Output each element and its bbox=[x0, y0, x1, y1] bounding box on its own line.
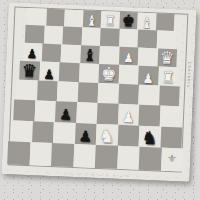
square-g2[interactable]: ♞ bbox=[139, 125, 161, 147]
piece-black-knight[interactable]: ♞ bbox=[141, 129, 158, 147]
square-h5[interactable]: ♜ bbox=[158, 67, 179, 87]
square-c8[interactable] bbox=[64, 9, 83, 27]
piece-white-rook[interactable]: ♜ bbox=[161, 70, 175, 86]
piece-black-pawn[interactable]: ♟ bbox=[78, 130, 92, 145]
piece-black-king[interactable]: ♚ bbox=[122, 13, 135, 30]
piece-white-queen[interactable]: ♛ bbox=[160, 49, 175, 67]
square-d4[interactable] bbox=[77, 82, 98, 103]
square-d8[interactable]: ♝ bbox=[82, 10, 101, 28]
square-e2[interactable]: ♞ bbox=[96, 124, 118, 146]
square-d5[interactable] bbox=[79, 63, 100, 83]
piece-black-pawn[interactable]: ♟ bbox=[43, 68, 54, 82]
square-b3[interactable] bbox=[34, 100, 56, 122]
square-g3[interactable] bbox=[138, 105, 160, 127]
square-e4[interactable] bbox=[98, 83, 119, 104]
piece-white-king[interactable]: ♚ bbox=[101, 65, 117, 84]
square-g5[interactable]: ♟ bbox=[138, 66, 159, 86]
square-c2[interactable] bbox=[53, 122, 75, 144]
square-g7[interactable] bbox=[137, 30, 157, 48]
square-b6[interactable] bbox=[41, 43, 61, 62]
piece-white-knight[interactable]: ♞ bbox=[99, 127, 116, 145]
square-f2[interactable] bbox=[117, 125, 139, 147]
square-a5[interactable]: ♛ bbox=[19, 61, 40, 81]
square-c3[interactable]: ♟ bbox=[55, 101, 77, 123]
square-a3[interactable] bbox=[13, 100, 35, 122]
square-c5[interactable] bbox=[59, 62, 80, 82]
square-f3[interactable]: ♟ bbox=[118, 104, 140, 126]
square-h1[interactable]: ⚜ bbox=[161, 148, 184, 171]
square-g8[interactable]: ♝ bbox=[137, 13, 156, 31]
chess-board: ♝♜♚♝♟♝♟♛♛♟♚♟♜♟♟♟♞♞⚜ bbox=[8, 6, 188, 172]
square-a2[interactable] bbox=[10, 120, 32, 142]
piece-white-pawn[interactable]: ♟ bbox=[122, 110, 135, 125]
square-g1[interactable] bbox=[139, 147, 162, 170]
square-h6[interactable]: ♛ bbox=[157, 48, 177, 67]
square-b2[interactable] bbox=[32, 121, 54, 143]
square-g4[interactable] bbox=[138, 85, 159, 106]
square-b7[interactable] bbox=[44, 26, 64, 44]
board-emblem: ⚜ bbox=[167, 154, 178, 165]
square-a1[interactable] bbox=[7, 141, 30, 164]
square-h8[interactable] bbox=[155, 13, 174, 31]
square-c7[interactable] bbox=[62, 26, 82, 44]
piece-black-bishop[interactable]: ♝ bbox=[83, 48, 96, 64]
board-border-marks bbox=[62, 172, 132, 178]
square-c4[interactable] bbox=[57, 81, 78, 102]
square-d1[interactable] bbox=[73, 144, 96, 167]
chess-board-mat: ♝♜♚♝♟♝♟♛♛♟♚♟♜♟♟♟♞♞⚜ Checkers bbox=[1, 2, 196, 182]
square-h7[interactable] bbox=[156, 30, 176, 48]
square-f8[interactable]: ♚ bbox=[119, 12, 138, 30]
square-f1[interactable] bbox=[117, 146, 140, 169]
board-edge-brand-text: Checkers bbox=[186, 62, 192, 89]
square-b1[interactable] bbox=[29, 142, 52, 165]
square-g6[interactable] bbox=[138, 47, 158, 66]
square-a6[interactable]: ♟ bbox=[22, 42, 42, 61]
square-h2[interactable] bbox=[160, 126, 182, 148]
square-d2[interactable]: ♟ bbox=[74, 123, 96, 145]
piece-white-rook[interactable]: ♜ bbox=[105, 14, 116, 28]
piece-white-bishop[interactable]: ♝ bbox=[86, 13, 98, 28]
square-f4[interactable] bbox=[118, 84, 139, 105]
square-a7[interactable] bbox=[25, 25, 45, 43]
piece-white-pawn[interactable]: ♟ bbox=[123, 52, 134, 65]
square-e5[interactable]: ♚ bbox=[98, 64, 119, 84]
square-d3[interactable] bbox=[76, 102, 98, 124]
square-b8[interactable] bbox=[46, 9, 65, 27]
piece-black-pawn[interactable]: ♟ bbox=[59, 108, 72, 123]
square-f5[interactable] bbox=[118, 65, 139, 85]
square-e3[interactable] bbox=[97, 103, 119, 125]
square-h3[interactable] bbox=[159, 106, 181, 128]
square-e7[interactable] bbox=[100, 28, 120, 46]
square-f7[interactable] bbox=[119, 29, 139, 47]
square-h4[interactable] bbox=[159, 86, 180, 107]
piece-white-pawn[interactable]: ♟ bbox=[142, 72, 153, 86]
square-b4[interactable] bbox=[37, 81, 58, 102]
piece-white-bishop[interactable]: ♝ bbox=[141, 15, 153, 30]
square-c1[interactable] bbox=[51, 143, 74, 166]
floor-background: ♝♜♚♝♟♝♟♛♛♟♚♟♜♟♟♟♞♞⚜ Checkers bbox=[0, 0, 200, 200]
square-d6[interactable]: ♝ bbox=[80, 45, 100, 64]
square-e1[interactable] bbox=[95, 145, 118, 168]
piece-black-queen[interactable]: ♛ bbox=[22, 62, 38, 81]
square-a4[interactable] bbox=[16, 80, 37, 101]
square-c6[interactable] bbox=[61, 44, 81, 63]
square-f6[interactable]: ♟ bbox=[118, 46, 138, 65]
square-b5[interactable]: ♟ bbox=[39, 62, 60, 82]
square-e8[interactable]: ♜ bbox=[101, 11, 120, 29]
square-a8[interactable] bbox=[28, 8, 47, 26]
square-d7[interactable] bbox=[81, 27, 101, 45]
